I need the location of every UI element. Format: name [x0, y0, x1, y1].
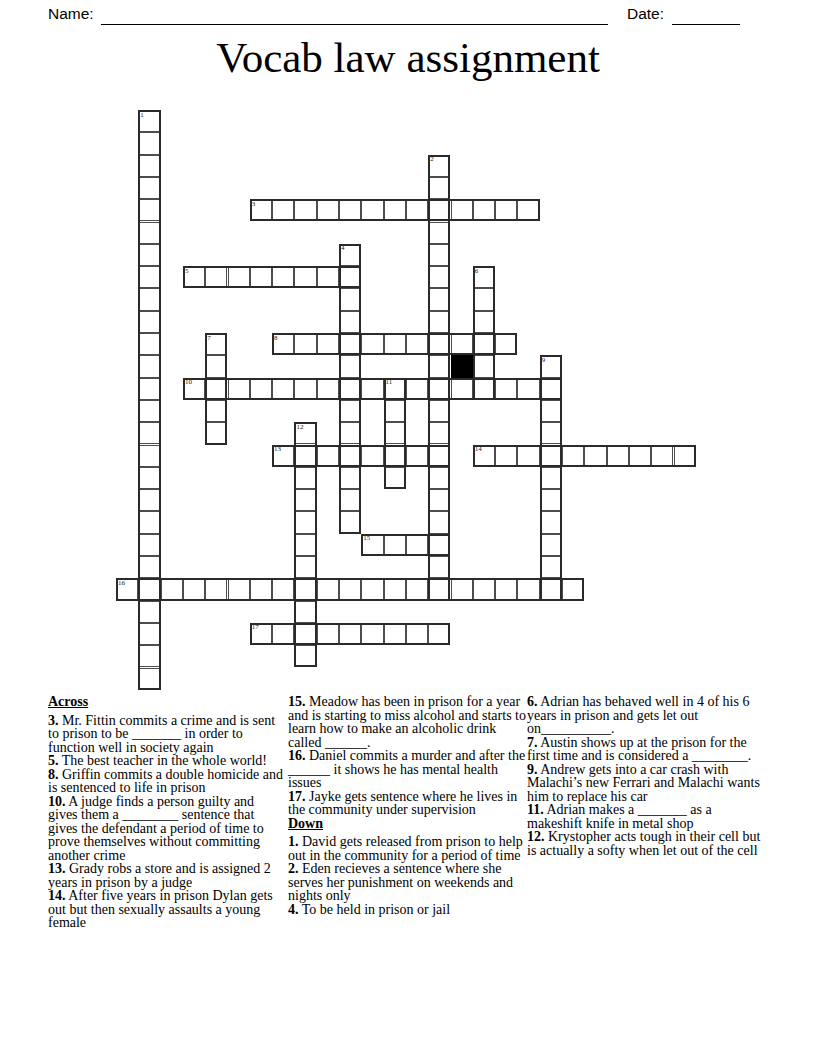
- grid-cell[interactable]: [473, 355, 495, 377]
- grid-cell[interactable]: [138, 645, 160, 667]
- grid-cell[interactable]: [473, 378, 495, 400]
- grid-cell[interactable]: [250, 199, 272, 221]
- grid-cell[interactable]: [428, 578, 450, 600]
- grid-cell[interactable]: [205, 400, 227, 422]
- grid-cell[interactable]: [629, 445, 651, 467]
- clue-16: 16. Daniel commits a murder and after th…: [288, 749, 526, 790]
- grid-cell[interactable]: [428, 511, 450, 533]
- grid-cell[interactable]: [138, 199, 160, 221]
- grid-cell[interactable]: [272, 445, 294, 467]
- grid-cell[interactable]: [428, 222, 450, 244]
- clue-number-label: 3.: [48, 713, 59, 728]
- clue-1: 1. David gets released from prison to he…: [288, 835, 526, 862]
- crossword-grid: 1234567891011121314151617: [116, 110, 696, 690]
- grid-cell[interactable]: [495, 378, 517, 400]
- clue-number-label: 8.: [48, 767, 59, 782]
- grid-cell[interactable]: [428, 355, 450, 377]
- grid-cell[interactable]: [651, 445, 673, 467]
- grid-cell[interactable]: [205, 333, 227, 355]
- clue-9: 9. Andrew gets into a car crash with Mal…: [527, 763, 767, 804]
- grid-cell[interactable]: [116, 578, 138, 600]
- clue-8: 8. Griffin commits a double homicide and…: [48, 768, 284, 795]
- grid-cell[interactable]: [339, 266, 361, 288]
- grid-cell[interactable]: [428, 288, 450, 310]
- grid-cell[interactable]: [517, 445, 539, 467]
- clue-number-label: 16.: [288, 748, 306, 763]
- grid-cell[interactable]: [384, 378, 406, 400]
- clue-number-label: 13.: [48, 861, 66, 876]
- grid-cell[interactable]: [406, 578, 428, 600]
- clue-number-label: 4.: [288, 902, 299, 917]
- grid-cell[interactable]: [294, 601, 316, 623]
- grid-cell[interactable]: [451, 378, 473, 400]
- grid-cell[interactable]: [540, 445, 562, 467]
- grid-cell[interactable]: [473, 311, 495, 333]
- grid-cell[interactable]: [384, 578, 406, 600]
- grid-cell[interactable]: [272, 266, 294, 288]
- grid-cell[interactable]: [428, 311, 450, 333]
- grid-cell[interactable]: [339, 400, 361, 422]
- clue-number-label: 17.: [288, 789, 306, 804]
- grid-cell[interactable]: [272, 199, 294, 221]
- page-title: Vocab law assignment: [0, 33, 816, 82]
- grid-cell[interactable]: [406, 534, 428, 556]
- clue-6: 6. Adrian has behaved well in 4 of his 6…: [527, 695, 767, 736]
- grid-cell[interactable]: [183, 266, 205, 288]
- grid-cell[interactable]: [294, 556, 316, 578]
- grid-cell[interactable]: [428, 445, 450, 467]
- grid-cell[interactable]: [294, 199, 316, 221]
- grid-cell[interactable]: [339, 311, 361, 333]
- clue-number-label: 2.: [288, 861, 299, 876]
- grid-cell[interactable]: [339, 422, 361, 444]
- grid-cell[interactable]: [138, 467, 160, 489]
- down-header: Down: [288, 817, 526, 831]
- grid-cell[interactable]: [384, 400, 406, 422]
- grid-cell[interactable]: [294, 534, 316, 556]
- grid-cell[interactable]: [428, 199, 450, 221]
- clue-number-label: 1.: [288, 834, 299, 849]
- grid-cell[interactable]: [361, 199, 383, 221]
- grid-cell[interactable]: [161, 578, 183, 600]
- grid-cell[interactable]: [495, 445, 517, 467]
- grid-cell[interactable]: [361, 534, 383, 556]
- grid-cell[interactable]: [294, 489, 316, 511]
- grid-cell[interactable]: [294, 333, 316, 355]
- grid-cell[interactable]: [428, 266, 450, 288]
- grid-cell[interactable]: [272, 623, 294, 645]
- grid-cell[interactable]: [428, 333, 450, 355]
- grid-cell[interactable]: [205, 578, 227, 600]
- grid-cell[interactable]: [138, 534, 160, 556]
- clue-number-label: 11.: [527, 802, 544, 817]
- grid-cell[interactable]: [138, 400, 160, 422]
- grid-cell[interactable]: [294, 378, 316, 400]
- grid-cell[interactable]: [138, 601, 160, 623]
- grid-cell[interactable]: [317, 578, 339, 600]
- grid-cell[interactable]: [473, 445, 495, 467]
- grid-cell[interactable]: [339, 355, 361, 377]
- grid-cell[interactable]: [183, 578, 205, 600]
- grid-cell[interactable]: [674, 445, 696, 467]
- grid-cell[interactable]: [339, 445, 361, 467]
- grid-cell[interactable]: [138, 578, 160, 600]
- clue-3: 3. Mr. Fittin commits a crime and is sen…: [48, 714, 284, 755]
- black-cell: [451, 355, 473, 377]
- grid-cell[interactable]: [250, 266, 272, 288]
- grid-cell[interactable]: [339, 288, 361, 310]
- grid-cell[interactable]: [317, 378, 339, 400]
- grid-cell[interactable]: [562, 578, 584, 600]
- clue-7: 7. Austin shows up at the prison for the…: [527, 736, 767, 763]
- grid-cell[interactable]: [540, 378, 562, 400]
- grid-cell[interactable]: [138, 177, 160, 199]
- grid-cell[interactable]: [540, 556, 562, 578]
- clue-4: 4. To be held in prison or jail: [288, 903, 526, 917]
- grid-cell[interactable]: [138, 668, 160, 690]
- grid-cell[interactable]: [339, 467, 361, 489]
- clue-11: 11. Adrian makes a _______ as a makeshif…: [527, 803, 767, 830]
- clue-number-label: 9.: [527, 762, 538, 777]
- grid-cell[interactable]: [339, 199, 361, 221]
- grid-cell[interactable]: [183, 378, 205, 400]
- grid-cell[interactable]: [428, 177, 450, 199]
- grid-cell[interactable]: [361, 333, 383, 355]
- grid-cell[interactable]: [361, 623, 383, 645]
- grid-cell[interactable]: [138, 311, 160, 333]
- grid-cell[interactable]: [384, 623, 406, 645]
- grid-cell[interactable]: [339, 378, 361, 400]
- grid-cell[interactable]: [250, 378, 272, 400]
- grid-cell[interactable]: [205, 378, 227, 400]
- grid-cell[interactable]: [228, 266, 250, 288]
- grid-cell[interactable]: [473, 288, 495, 310]
- grid-cell[interactable]: [495, 333, 517, 355]
- grid-cell[interactable]: [361, 378, 383, 400]
- name-label: Name:: [48, 5, 94, 23]
- grid-cell[interactable]: [540, 534, 562, 556]
- grid-cell[interactable]: [317, 199, 339, 221]
- clue-column-middle: 15. Meadow has been in prison for a year…: [288, 695, 526, 916]
- grid-cell[interactable]: [562, 445, 584, 467]
- clue-17: 17. Jayke gets sentence where he lives i…: [288, 790, 526, 817]
- clue-12: 12. Krystopher acts tough in their cell …: [527, 830, 767, 857]
- grid-cell[interactable]: [384, 422, 406, 444]
- grid-cell[interactable]: [384, 445, 406, 467]
- grid-cell[interactable]: [540, 422, 562, 444]
- grid-cell[interactable]: [451, 199, 473, 221]
- grid-cell[interactable]: [272, 333, 294, 355]
- grid-cell[interactable]: [317, 333, 339, 355]
- grid-cell[interactable]: [517, 578, 539, 600]
- grid-cell[interactable]: [495, 199, 517, 221]
- grid-cell[interactable]: [294, 623, 316, 645]
- grid-cell[interactable]: [138, 556, 160, 578]
- grid-cell[interactable]: [138, 623, 160, 645]
- grid-cell[interactable]: [205, 422, 227, 444]
- grid-cell[interactable]: [361, 445, 383, 467]
- clue-number-label: 14.: [48, 888, 66, 903]
- grid-cell[interactable]: [451, 578, 473, 600]
- grid-cell[interactable]: [138, 422, 160, 444]
- clue-10: 10. A judge finds a person guilty and gi…: [48, 795, 284, 863]
- grid-cell[interactable]: [406, 199, 428, 221]
- grid-cell[interactable]: [384, 199, 406, 221]
- grid-cell[interactable]: [294, 578, 316, 600]
- grid-cell[interactable]: [406, 333, 428, 355]
- grid-cell[interactable]: [495, 578, 517, 600]
- grid-cell[interactable]: [339, 489, 361, 511]
- grid-cell[interactable]: [339, 578, 361, 600]
- clue-14: 14. After five years in prison Dylan get…: [48, 889, 284, 930]
- date-input-line[interactable]: [672, 6, 740, 25]
- across-header: Across: [48, 695, 284, 709]
- grid-cell[interactable]: [540, 355, 562, 377]
- grid-cell[interactable]: [473, 333, 495, 355]
- grid-cell[interactable]: [406, 623, 428, 645]
- grid-cell[interactable]: [339, 333, 361, 355]
- grid-cell[interactable]: [138, 132, 160, 154]
- grid-cell[interactable]: [317, 445, 339, 467]
- grid-cell[interactable]: [473, 266, 495, 288]
- grid-cell[interactable]: [428, 155, 450, 177]
- grid-cell[interactable]: [428, 534, 450, 556]
- clue-number-label: 7.: [527, 735, 538, 750]
- grid-cell[interactable]: [138, 110, 160, 132]
- grid-cell[interactable]: [205, 355, 227, 377]
- clue-number-label: 10.: [48, 794, 66, 809]
- grid-cell[interactable]: [428, 422, 450, 444]
- grid-cell[interactable]: [228, 578, 250, 600]
- grid-cell[interactable]: [451, 333, 473, 355]
- grid-cell[interactable]: [339, 244, 361, 266]
- grid-cell[interactable]: [138, 288, 160, 310]
- date-label: Date:: [627, 5, 664, 23]
- name-input-line[interactable]: [101, 6, 608, 25]
- grid-cell[interactable]: [428, 556, 450, 578]
- grid-cell[interactable]: [384, 467, 406, 489]
- grid-cell[interactable]: [584, 445, 606, 467]
- clue-2: 2. Eden recieves a sentence where she se…: [288, 862, 526, 903]
- grid-cell[interactable]: [540, 400, 562, 422]
- grid-cell[interactable]: [138, 511, 160, 533]
- grid-cell[interactable]: [540, 511, 562, 533]
- grid-cell[interactable]: [384, 333, 406, 355]
- grid-cell[interactable]: [517, 378, 539, 400]
- grid-cell[interactable]: [272, 578, 294, 600]
- grid-cell[interactable]: [517, 199, 539, 221]
- grid-cell[interactable]: [294, 467, 316, 489]
- clue-13: 13. Grady robs a store and is assigned 2…: [48, 862, 284, 889]
- grid-cell[interactable]: [540, 489, 562, 511]
- clue-column-across: Across3. Mr. Fittin commits a crime and …: [48, 695, 284, 930]
- grid-cell[interactable]: [317, 623, 339, 645]
- grid-cell[interactable]: [361, 578, 383, 600]
- grid-cell[interactable]: [294, 511, 316, 533]
- grid-cell[interactable]: [473, 199, 495, 221]
- grid-cell[interactable]: [473, 578, 495, 600]
- grid-cell[interactable]: [384, 534, 406, 556]
- grid-cell[interactable]: [428, 244, 450, 266]
- clue-15: 15. Meadow has been in prison for a year…: [288, 695, 526, 749]
- grid-cell[interactable]: [294, 645, 316, 667]
- grid-cell[interactable]: [428, 623, 450, 645]
- clue-5: 5. The best teacher in the whole world!: [48, 754, 284, 768]
- grid-cell[interactable]: [339, 623, 361, 645]
- grid-cell[interactable]: [138, 244, 160, 266]
- grid-cell[interactable]: [294, 445, 316, 467]
- grid-cell[interactable]: [138, 222, 160, 244]
- grid-cell[interactable]: [540, 467, 562, 489]
- grid-cell[interactable]: [138, 489, 160, 511]
- grid-cell[interactable]: [294, 422, 316, 444]
- grid-cell[interactable]: [138, 155, 160, 177]
- grid-cell[interactable]: [428, 378, 450, 400]
- grid-cell[interactable]: [428, 467, 450, 489]
- grid-cell[interactable]: [250, 623, 272, 645]
- grid-cell[interactable]: [228, 378, 250, 400]
- grid-cell[interactable]: [406, 445, 428, 467]
- grid-cell[interactable]: [250, 578, 272, 600]
- grid-cell[interactable]: [138, 333, 160, 355]
- clue-number-label: 15.: [288, 694, 306, 709]
- grid-cell[interactable]: [138, 378, 160, 400]
- grid-cell[interactable]: [272, 378, 294, 400]
- grid-cell[interactable]: [294, 266, 316, 288]
- clue-number-label: 12.: [527, 829, 545, 844]
- grid-cell[interactable]: [607, 445, 629, 467]
- grid-cell[interactable]: [138, 266, 160, 288]
- grid-cell[interactable]: [428, 400, 450, 422]
- grid-cell[interactable]: [138, 355, 160, 377]
- clue-number-label: 6.: [527, 694, 538, 709]
- grid-cell[interactable]: [428, 489, 450, 511]
- grid-cell[interactable]: [205, 266, 227, 288]
- clue-column-down: 6. Adrian has behaved well in 4 of his 6…: [527, 695, 767, 857]
- grid-cell[interactable]: [406, 378, 428, 400]
- grid-cell[interactable]: [317, 266, 339, 288]
- grid-cell[interactable]: [138, 445, 160, 467]
- grid-cell[interactable]: [540, 578, 562, 600]
- grid-cell[interactable]: [339, 511, 361, 533]
